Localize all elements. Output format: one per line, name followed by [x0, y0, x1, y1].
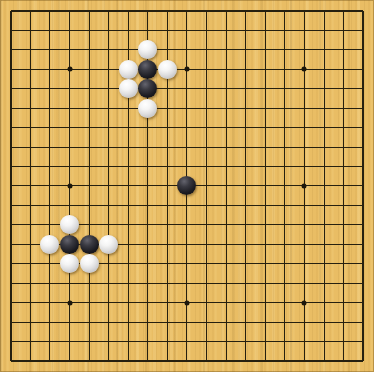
board-cell[interactable]: [79, 196, 99, 215]
board-cell[interactable]: [40, 274, 60, 293]
board-cell[interactable]: [334, 118, 354, 137]
board-cell[interactable]: [177, 313, 197, 332]
board-cell[interactable]: [21, 59, 41, 78]
board-cell[interactable]: [197, 20, 217, 39]
board-cell[interactable]: [118, 196, 138, 215]
board-cell[interactable]: [118, 118, 138, 137]
board-cell[interactable]: [275, 332, 295, 351]
board-cell[interactable]: [256, 215, 276, 234]
board-cell[interactable]: [216, 313, 236, 332]
board-cell[interactable]: [138, 332, 158, 351]
board-cell[interactable]: [256, 235, 276, 254]
board-cell[interactable]: [236, 332, 256, 351]
board-cell[interactable]: [1, 176, 21, 195]
board-cell[interactable]: [99, 332, 119, 351]
board-cell[interactable]: [295, 40, 315, 59]
board-cell[interactable]: [21, 235, 41, 254]
board-cell[interactable]: [40, 215, 60, 234]
board-cell[interactable]: [314, 79, 334, 98]
board-cell[interactable]: [275, 157, 295, 176]
board-cell[interactable]: [295, 176, 315, 195]
board-cell[interactable]: [353, 313, 373, 332]
board-cell[interactable]: [79, 118, 99, 137]
board-cell[interactable]: [40, 293, 60, 312]
board-cell[interactable]: [295, 293, 315, 312]
board-cell[interactable]: [40, 235, 60, 254]
board-cell[interactable]: [1, 79, 21, 98]
board-cell[interactable]: [197, 352, 217, 371]
board-cell[interactable]: [99, 40, 119, 59]
board-cell[interactable]: [21, 20, 41, 39]
board-cell[interactable]: [40, 20, 60, 39]
board-cell[interactable]: [99, 293, 119, 312]
board-cell[interactable]: [216, 254, 236, 273]
board-cell[interactable]: [275, 79, 295, 98]
board-cell[interactable]: [79, 313, 99, 332]
board-cell[interactable]: [177, 215, 197, 234]
board-cell[interactable]: [197, 98, 217, 117]
board-cell[interactable]: [334, 176, 354, 195]
board-cell[interactable]: [138, 196, 158, 215]
board-cell[interactable]: [60, 1, 80, 20]
board-cell[interactable]: [99, 79, 119, 98]
board-cell[interactable]: [236, 20, 256, 39]
board-cell[interactable]: [236, 274, 256, 293]
board-cell[interactable]: [138, 98, 158, 117]
board-cell[interactable]: [216, 157, 236, 176]
board-cell[interactable]: [177, 176, 197, 195]
board-cell[interactable]: [177, 235, 197, 254]
board-cell[interactable]: [314, 157, 334, 176]
board-cell[interactable]: [99, 98, 119, 117]
board-cell[interactable]: [158, 20, 178, 39]
board-cell[interactable]: [21, 332, 41, 351]
board-cell[interactable]: [79, 254, 99, 273]
board-cell[interactable]: [216, 1, 236, 20]
board-cell[interactable]: [99, 235, 119, 254]
board-cell[interactable]: [295, 59, 315, 78]
board-cell[interactable]: [236, 254, 256, 273]
board-cell[interactable]: [275, 196, 295, 215]
board-cell[interactable]: [295, 1, 315, 20]
board-cell[interactable]: [353, 196, 373, 215]
board-cell[interactable]: [177, 20, 197, 39]
board-cell[interactable]: [216, 79, 236, 98]
board-cell[interactable]: [79, 79, 99, 98]
board-cell[interactable]: [197, 137, 217, 156]
board-cell[interactable]: [118, 332, 138, 351]
board-cell[interactable]: [99, 176, 119, 195]
board-cell[interactable]: [60, 79, 80, 98]
board-cell[interactable]: [21, 293, 41, 312]
board-cell[interactable]: [1, 98, 21, 117]
board-cell[interactable]: [79, 293, 99, 312]
board-cell[interactable]: [256, 157, 276, 176]
board-cell[interactable]: [177, 274, 197, 293]
board-cell[interactable]: [314, 254, 334, 273]
board-cell[interactable]: [99, 313, 119, 332]
board-cell[interactable]: [314, 274, 334, 293]
board-cell[interactable]: [40, 313, 60, 332]
board-cell[interactable]: [99, 352, 119, 371]
board-cell[interactable]: [138, 118, 158, 137]
board-cell[interactable]: [158, 235, 178, 254]
board-cell[interactable]: [21, 352, 41, 371]
board-cell[interactable]: [1, 254, 21, 273]
board-cell[interactable]: [79, 352, 99, 371]
board-cell[interactable]: [118, 157, 138, 176]
board-cell[interactable]: [236, 157, 256, 176]
board-cell[interactable]: [236, 59, 256, 78]
board-cell[interactable]: [40, 1, 60, 20]
board-cell[interactable]: [216, 352, 236, 371]
board-cell[interactable]: [158, 313, 178, 332]
board-cell[interactable]: [60, 352, 80, 371]
board-cell[interactable]: [197, 40, 217, 59]
board-cell[interactable]: [177, 293, 197, 312]
board-cell[interactable]: [256, 137, 276, 156]
board-cell[interactable]: [295, 196, 315, 215]
board-cell[interactable]: [216, 176, 236, 195]
board-cell[interactable]: [1, 157, 21, 176]
board-cell[interactable]: [295, 157, 315, 176]
board-cell[interactable]: [256, 313, 276, 332]
board-cell[interactable]: [1, 293, 21, 312]
board-cell[interactable]: [216, 196, 236, 215]
board-cell[interactable]: [275, 254, 295, 273]
board-cell[interactable]: [99, 118, 119, 137]
board-cell[interactable]: [158, 254, 178, 273]
board-cell[interactable]: [177, 332, 197, 351]
board-cell[interactable]: [79, 176, 99, 195]
board-cell[interactable]: [1, 118, 21, 137]
board-cell[interactable]: [158, 274, 178, 293]
board-cell[interactable]: [197, 274, 217, 293]
board-cell[interactable]: [138, 40, 158, 59]
board-cell[interactable]: [334, 332, 354, 351]
board-cell[interactable]: [275, 176, 295, 195]
board-cell[interactable]: [275, 1, 295, 20]
board-cell[interactable]: [236, 235, 256, 254]
board-cell[interactable]: [40, 118, 60, 137]
board-cell[interactable]: [236, 215, 256, 234]
board-cell[interactable]: [236, 1, 256, 20]
board-cell[interactable]: [40, 254, 60, 273]
board-cell[interactable]: [79, 137, 99, 156]
board-cell[interactable]: [256, 196, 276, 215]
board-cell[interactable]: [177, 157, 197, 176]
board-cell[interactable]: [197, 196, 217, 215]
board-cell[interactable]: [353, 332, 373, 351]
board-cell[interactable]: [236, 313, 256, 332]
board-cell[interactable]: [1, 274, 21, 293]
board-cell[interactable]: [40, 157, 60, 176]
board-cell[interactable]: [314, 215, 334, 234]
board-cell[interactable]: [138, 293, 158, 312]
board-cell[interactable]: [353, 137, 373, 156]
board-cell[interactable]: [256, 40, 276, 59]
board-cell[interactable]: [236, 196, 256, 215]
board-cell[interactable]: [158, 137, 178, 156]
board-cell[interactable]: [138, 59, 158, 78]
board-cell[interactable]: [138, 274, 158, 293]
board-cell[interactable]: [334, 235, 354, 254]
board-cell[interactable]: [1, 215, 21, 234]
board-cell[interactable]: [275, 98, 295, 117]
board-cell[interactable]: [334, 196, 354, 215]
board-cell[interactable]: [177, 352, 197, 371]
board-cell[interactable]: [216, 118, 236, 137]
board-cell[interactable]: [21, 118, 41, 137]
board-cell[interactable]: [21, 274, 41, 293]
board-cell[interactable]: [118, 98, 138, 117]
board-cell[interactable]: [60, 59, 80, 78]
board-cell[interactable]: [275, 293, 295, 312]
board-cell[interactable]: [21, 1, 41, 20]
board-cell[interactable]: [197, 59, 217, 78]
board-cell[interactable]: [60, 157, 80, 176]
board-cell[interactable]: [1, 40, 21, 59]
board-cell[interactable]: [216, 40, 236, 59]
board-cell[interactable]: [60, 235, 80, 254]
board-cell[interactable]: [334, 352, 354, 371]
board-cell[interactable]: [138, 313, 158, 332]
board-cell[interactable]: [295, 313, 315, 332]
board-cell[interactable]: [1, 352, 21, 371]
board-cell[interactable]: [99, 59, 119, 78]
board-cell[interactable]: [353, 235, 373, 254]
board-cell[interactable]: [99, 157, 119, 176]
board-cell[interactable]: [21, 157, 41, 176]
board-cell[interactable]: [256, 59, 276, 78]
board-cell[interactable]: [40, 79, 60, 98]
board-cell[interactable]: [1, 137, 21, 156]
board-cell[interactable]: [236, 118, 256, 137]
board-cell[interactable]: [21, 215, 41, 234]
board-cell[interactable]: [334, 274, 354, 293]
board-cell[interactable]: [236, 79, 256, 98]
board-cell[interactable]: [118, 313, 138, 332]
board-cell[interactable]: [118, 40, 138, 59]
board-cell[interactable]: [256, 79, 276, 98]
board-cell[interactable]: [256, 176, 276, 195]
board-cell[interactable]: [353, 79, 373, 98]
board-cell[interactable]: [216, 235, 236, 254]
board-cell[interactable]: [353, 215, 373, 234]
board-cell[interactable]: [158, 196, 178, 215]
board-cell[interactable]: [138, 176, 158, 195]
board-cell[interactable]: [236, 176, 256, 195]
board-cell[interactable]: [275, 352, 295, 371]
board-cell[interactable]: [275, 40, 295, 59]
board-cell[interactable]: [79, 157, 99, 176]
board-cell[interactable]: [60, 274, 80, 293]
board-cell[interactable]: [334, 215, 354, 234]
board-cell[interactable]: [256, 293, 276, 312]
board-cell[interactable]: [256, 274, 276, 293]
board-cell[interactable]: [197, 215, 217, 234]
board-cell[interactable]: [99, 20, 119, 39]
board-cell[interactable]: [60, 313, 80, 332]
board-cell[interactable]: [353, 176, 373, 195]
board-cell[interactable]: [314, 40, 334, 59]
board-cell[interactable]: [79, 235, 99, 254]
board-cell[interactable]: [99, 254, 119, 273]
board-cell[interactable]: [314, 137, 334, 156]
board-cell[interactable]: [197, 254, 217, 273]
board-cell[interactable]: [138, 157, 158, 176]
board-cell[interactable]: [236, 40, 256, 59]
board-cell[interactable]: [79, 40, 99, 59]
board-cell[interactable]: [256, 1, 276, 20]
board-cell[interactable]: [118, 293, 138, 312]
board-cell[interactable]: [334, 157, 354, 176]
board-cell[interactable]: [197, 293, 217, 312]
board-cell[interactable]: [158, 215, 178, 234]
board-cell[interactable]: [256, 254, 276, 273]
board-cell[interactable]: [138, 254, 158, 273]
board-cell[interactable]: [314, 59, 334, 78]
board-cell[interactable]: [158, 40, 178, 59]
board-cell[interactable]: [236, 352, 256, 371]
board-cell[interactable]: [334, 59, 354, 78]
board-cell[interactable]: [295, 274, 315, 293]
board-cell[interactable]: [21, 313, 41, 332]
board-cell[interactable]: [21, 196, 41, 215]
board-cell[interactable]: [197, 235, 217, 254]
board-cell[interactable]: [118, 274, 138, 293]
board-cell[interactable]: [353, 274, 373, 293]
board-cell[interactable]: [353, 293, 373, 312]
board-cell[interactable]: [353, 20, 373, 39]
board-cell[interactable]: [79, 1, 99, 20]
board-cell[interactable]: [158, 352, 178, 371]
board-cell[interactable]: [177, 196, 197, 215]
board-cell[interactable]: [256, 20, 276, 39]
board-cell[interactable]: [256, 98, 276, 117]
board-cell[interactable]: [118, 79, 138, 98]
board-cell[interactable]: [158, 176, 178, 195]
board-cell[interactable]: [60, 118, 80, 137]
board-cell[interactable]: [177, 1, 197, 20]
board-cell[interactable]: [275, 118, 295, 137]
board-cell[interactable]: [334, 1, 354, 20]
board-cell[interactable]: [177, 118, 197, 137]
board-cell[interactable]: [236, 137, 256, 156]
board-cell[interactable]: [60, 40, 80, 59]
board-cell[interactable]: [256, 118, 276, 137]
board-cell[interactable]: [118, 20, 138, 39]
board-cell[interactable]: [60, 254, 80, 273]
board-cell[interactable]: [158, 79, 178, 98]
board-cell[interactable]: [118, 176, 138, 195]
board-cell[interactable]: [197, 176, 217, 195]
board-cell[interactable]: [197, 118, 217, 137]
board-cell[interactable]: [99, 274, 119, 293]
board-cell[interactable]: [21, 40, 41, 59]
board-cell[interactable]: [256, 352, 276, 371]
board-cell[interactable]: [1, 313, 21, 332]
board-cell[interactable]: [216, 293, 236, 312]
board-cell[interactable]: [99, 215, 119, 234]
board-cell[interactable]: [158, 157, 178, 176]
board-cell[interactable]: [79, 98, 99, 117]
board-cell[interactable]: [314, 313, 334, 332]
board-cell[interactable]: [177, 59, 197, 78]
board-cell[interactable]: [197, 157, 217, 176]
board-cell[interactable]: [275, 59, 295, 78]
board-cell[interactable]: [275, 20, 295, 39]
board-cell[interactable]: [1, 1, 21, 20]
board-cell[interactable]: [60, 137, 80, 156]
board-cell[interactable]: [197, 79, 217, 98]
board-cell[interactable]: [158, 118, 178, 137]
board-cell[interactable]: [1, 196, 21, 215]
board-cell[interactable]: [314, 196, 334, 215]
board-cell[interactable]: [353, 1, 373, 20]
board-cell[interactable]: [216, 59, 236, 78]
board-cell[interactable]: [40, 137, 60, 156]
board-cell[interactable]: [295, 20, 315, 39]
board-cell[interactable]: [334, 293, 354, 312]
board-cell[interactable]: [353, 118, 373, 137]
board-cell[interactable]: [197, 313, 217, 332]
board-cell[interactable]: [99, 196, 119, 215]
board-cell[interactable]: [295, 118, 315, 137]
board-cell[interactable]: [197, 332, 217, 351]
board-cell[interactable]: [138, 137, 158, 156]
board-cell[interactable]: [40, 352, 60, 371]
board-cell[interactable]: [21, 137, 41, 156]
board-cell[interactable]: [256, 332, 276, 351]
board-cell[interactable]: [1, 332, 21, 351]
board-cell[interactable]: [314, 293, 334, 312]
board-cell[interactable]: [60, 196, 80, 215]
board-cell[interactable]: [236, 98, 256, 117]
board-cell[interactable]: [334, 79, 354, 98]
board-cell[interactable]: [334, 254, 354, 273]
board-cell[interactable]: [138, 79, 158, 98]
board-cell[interactable]: [40, 40, 60, 59]
board-cell[interactable]: [99, 1, 119, 20]
board-cell[interactable]: [295, 137, 315, 156]
board-cell[interactable]: [314, 20, 334, 39]
board-cell[interactable]: [353, 157, 373, 176]
board-cell[interactable]: [177, 137, 197, 156]
board-cell[interactable]: [138, 352, 158, 371]
board-cell[interactable]: [21, 254, 41, 273]
board-cell[interactable]: [295, 98, 315, 117]
board-cell[interactable]: [21, 79, 41, 98]
board-cell[interactable]: [295, 235, 315, 254]
board-cell[interactable]: [334, 137, 354, 156]
board-cell[interactable]: [334, 20, 354, 39]
board-cell[interactable]: [118, 352, 138, 371]
board-cell[interactable]: [295, 215, 315, 234]
board-cell[interactable]: [79, 20, 99, 39]
board-cell[interactable]: [216, 20, 236, 39]
board-cell[interactable]: [118, 137, 138, 156]
board-cell[interactable]: [40, 196, 60, 215]
board-cell[interactable]: [138, 235, 158, 254]
board-cell[interactable]: [314, 1, 334, 20]
board-cell[interactable]: [138, 20, 158, 39]
board-cell[interactable]: [216, 215, 236, 234]
board-cell[interactable]: [60, 176, 80, 195]
board-cell[interactable]: [353, 40, 373, 59]
board-cell[interactable]: [353, 98, 373, 117]
board-cell[interactable]: [60, 20, 80, 39]
